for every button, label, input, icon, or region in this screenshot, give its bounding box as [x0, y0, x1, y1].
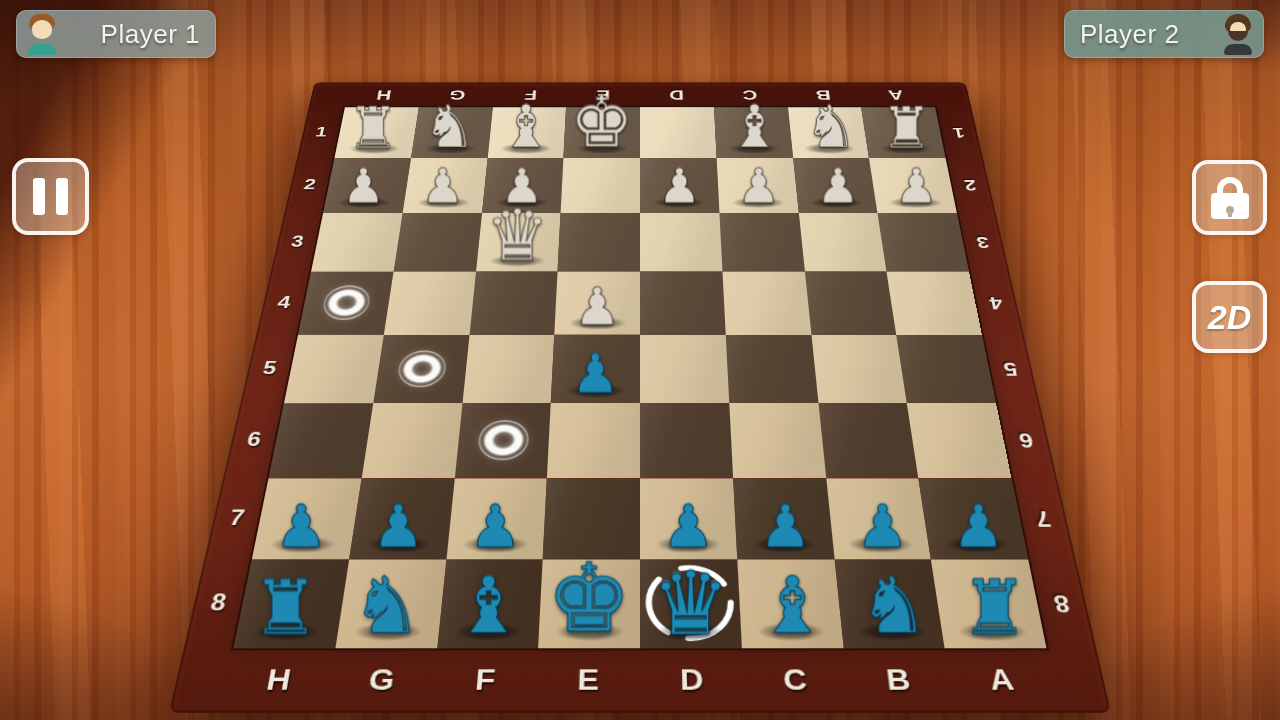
square-b5[interactable] [811, 335, 907, 404]
rail-bottom-f: F [430, 648, 538, 713]
piece-white-pawn-b2[interactable]: ♟ [798, 165, 877, 209]
square-a7[interactable]: ♟ [919, 478, 1029, 559]
game-screen: HGFEDCBA HGFEDCBA 12345678 12345678 ♜♞♝♚… [0, 0, 1280, 720]
2d-view-button[interactable]: 2D [1192, 281, 1267, 353]
square-a2[interactable]: ♟ [869, 158, 957, 213]
square-h8[interactable]: ♜ [234, 559, 349, 648]
square-g5[interactable] [373, 335, 469, 404]
piece-white-bishop-c1[interactable]: ♝ [716, 101, 792, 155]
piece-white-knight-b1[interactable]: ♞ [792, 101, 868, 155]
square-d7[interactable]: ♟ [640, 478, 737, 559]
square-g6[interactable] [361, 403, 462, 478]
piece-white-pawn-h2[interactable]: ♟ [324, 165, 403, 209]
square-e6[interactable] [547, 403, 640, 478]
move-hint-ring-g5[interactable] [396, 350, 448, 387]
chess-board: HGFEDCBA HGFEDCBA 12345678 12345678 ♜♞♝♚… [169, 82, 1111, 712]
square-f6[interactable] [454, 403, 551, 478]
board-squares: ♜♞♝♚♝♞♜♟♟♟♟♟♟♟♛♟♟♟♟♟♟♟♟♟♜♞♝♚♛♝♞♜ [234, 107, 1047, 648]
player1-name: Player 1 [101, 19, 200, 50]
2d-view-label: 2D [1208, 298, 1251, 337]
rail-bottom-e: E [535, 648, 640, 713]
square-e4[interactable]: ♟ [555, 271, 640, 334]
square-b7[interactable]: ♟ [826, 478, 931, 559]
piece-white-rook-a1[interactable]: ♜ [869, 103, 945, 155]
square-f1[interactable]: ♝ [487, 107, 566, 158]
square-c5[interactable] [725, 335, 818, 404]
square-h1[interactable]: ♜ [334, 107, 418, 158]
square-h4[interactable] [298, 271, 393, 334]
piece-white-pawn-g2[interactable]: ♟ [403, 165, 482, 209]
piece-black-pawn-c7[interactable]: ♟ [737, 500, 834, 554]
square-h2[interactable]: ♟ [323, 158, 411, 213]
piece-black-pawn-h7[interactable]: ♟ [253, 500, 350, 554]
piece-black-knight-b8[interactable]: ♞ [843, 571, 944, 643]
rail-top-h: H [345, 82, 423, 107]
square-a5[interactable] [896, 335, 996, 404]
player2-badge: Player 2 [1064, 10, 1264, 58]
piece-black-king-e8[interactable]: ♚ [539, 556, 640, 643]
player2-name: Player 2 [1080, 19, 1179, 50]
piece-white-bishop-f1[interactable]: ♝ [488, 101, 564, 155]
square-b2[interactable]: ♟ [793, 158, 878, 213]
pause-button[interactable] [12, 158, 89, 235]
square-d6[interactable] [640, 403, 733, 478]
pause-icon [33, 178, 68, 215]
square-h5[interactable] [284, 335, 384, 404]
square-e8[interactable]: ♚ [538, 559, 640, 648]
square-h7[interactable]: ♟ [252, 478, 362, 559]
square-d4[interactable] [640, 271, 725, 334]
rail-bottom-g: G [325, 648, 437, 713]
piece-black-pawn-e5[interactable]: ♟ [551, 350, 640, 400]
file-labels-near: HGFEDCBA [220, 648, 1060, 713]
piece-white-pawn-c2[interactable]: ♟ [719, 165, 798, 209]
square-g1[interactable]: ♞ [411, 107, 493, 158]
lock-button[interactable] [1192, 160, 1267, 235]
piece-black-rook-a8[interactable]: ♜ [944, 573, 1045, 643]
square-d2[interactable]: ♟ [640, 158, 719, 213]
rail-bottom-h: H [220, 648, 335, 713]
piece-white-rook-h1[interactable]: ♜ [335, 103, 411, 155]
piece-white-pawn-a2[interactable]: ♟ [877, 165, 956, 209]
square-e3[interactable] [558, 213, 640, 272]
piece-white-queen-f3[interactable]: ♛ [476, 203, 558, 268]
piece-black-knight-g8[interactable]: ♞ [336, 571, 437, 643]
square-f8[interactable]: ♝ [437, 559, 543, 648]
square-b4[interactable] [804, 271, 896, 334]
piece-black-pawn-f7[interactable]: ♟ [446, 500, 543, 554]
square-f5[interactable] [462, 335, 555, 404]
square-e2[interactable] [561, 158, 640, 213]
player1-badge: Player 1 [16, 10, 216, 58]
rail-bottom-b: B [843, 648, 955, 713]
square-c2[interactable]: ♟ [716, 158, 798, 213]
square-a8[interactable]: ♜ [931, 559, 1046, 648]
square-c8[interactable]: ♝ [737, 559, 843, 648]
rail-top-f: F [492, 82, 567, 107]
square-f3[interactable]: ♛ [476, 213, 561, 272]
square-g7[interactable]: ♟ [349, 478, 454, 559]
square-a1[interactable]: ♜ [861, 107, 945, 158]
square-c4[interactable] [722, 271, 811, 334]
piece-black-queen-d8[interactable]: ♛ [640, 562, 741, 642]
piece-black-pawn-a7[interactable]: ♟ [930, 500, 1027, 554]
square-d8[interactable]: ♛ [640, 559, 742, 648]
square-c3[interactable] [719, 213, 804, 272]
move-hint-ring-h4[interactable] [321, 286, 372, 320]
piece-black-pawn-b7[interactable]: ♟ [834, 500, 931, 554]
piece-black-pawn-g7[interactable]: ♟ [350, 500, 447, 554]
square-d1[interactable] [640, 107, 716, 158]
move-hint-ring-f6[interactable] [477, 420, 529, 460]
rail-top-a: A [857, 82, 935, 107]
square-g8[interactable]: ♞ [335, 559, 446, 648]
rail-top-e: E [566, 82, 640, 107]
player1-avatar-icon [24, 13, 60, 55]
rail-top-b: B [785, 82, 861, 107]
square-b6[interactable] [818, 403, 919, 478]
square-c7[interactable]: ♟ [733, 478, 834, 559]
square-e1[interactable]: ♚ [564, 107, 640, 158]
rail-bottom-c: C [742, 648, 850, 713]
rail-left-3: 3 [271, 213, 323, 272]
player2-avatar-icon [1220, 13, 1256, 55]
square-b8[interactable]: ♞ [834, 559, 945, 648]
piece-white-knight-g1[interactable]: ♞ [411, 101, 487, 155]
rail-bottom-d: D [640, 648, 745, 713]
file-labels-far: HGFEDCBA [345, 82, 935, 107]
piece-black-rook-h8[interactable]: ♜ [235, 573, 336, 643]
square-b1[interactable]: ♞ [788, 107, 870, 158]
square-f7[interactable]: ♟ [446, 478, 547, 559]
square-f4[interactable] [469, 271, 558, 334]
square-g4[interactable] [384, 271, 476, 334]
piece-black-bishop-c8[interactable]: ♝ [741, 571, 842, 643]
rail-top-g: G [419, 82, 495, 107]
square-d5[interactable] [640, 335, 729, 404]
rail-bottom-a: A [945, 648, 1060, 713]
piece-white-pawn-d2[interactable]: ♟ [640, 165, 719, 209]
square-c6[interactable] [729, 403, 826, 478]
square-h3[interactable] [311, 213, 402, 272]
square-d3[interactable] [640, 213, 722, 272]
square-g2[interactable]: ♟ [402, 158, 487, 213]
board-area: HGFEDCBA HGFEDCBA 12345678 12345678 ♜♞♝♚… [0, 0, 1280, 720]
square-e5[interactable]: ♟ [551, 335, 640, 404]
piece-white-pawn-e4[interactable]: ♟ [555, 283, 640, 331]
square-h6[interactable] [269, 403, 373, 478]
piece-black-bishop-f8[interactable]: ♝ [437, 571, 538, 643]
square-a4[interactable] [887, 271, 982, 334]
square-b3[interactable] [798, 213, 886, 272]
square-g3[interactable] [393, 213, 481, 272]
square-c1[interactable]: ♝ [714, 107, 793, 158]
square-a3[interactable] [878, 213, 969, 272]
piece-black-pawn-d7[interactable]: ♟ [640, 500, 737, 554]
square-a6[interactable] [907, 403, 1011, 478]
rail-top-c: C [712, 82, 787, 107]
lock-icon [1209, 177, 1251, 219]
rail-right-3: 3 [957, 213, 1009, 272]
rail-top-d: D [640, 82, 714, 107]
